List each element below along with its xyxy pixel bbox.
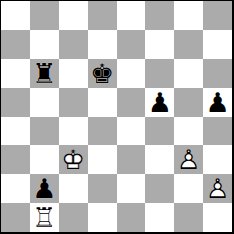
square-g3[interactable]: ♟♙ [174, 145, 203, 174]
square-d1[interactable] [88, 203, 117, 232]
black-pawn: ♟ [30, 174, 59, 203]
square-e5[interactable] [117, 88, 146, 117]
square-c4[interactable] [59, 117, 88, 146]
square-f8[interactable] [145, 1, 174, 30]
white-rook-fill: ♜ [30, 203, 59, 232]
square-a3[interactable] [1, 145, 30, 174]
white-king-fill: ♚ [59, 145, 88, 174]
square-e6[interactable] [117, 59, 146, 88]
square-h7[interactable] [203, 30, 232, 59]
white-pawn: ♙ [174, 145, 203, 174]
square-c7[interactable] [59, 30, 88, 59]
square-h2[interactable]: ♟♙ [203, 174, 232, 203]
square-d8[interactable] [88, 1, 117, 30]
square-f6[interactable] [145, 59, 174, 88]
square-g5[interactable] [174, 88, 203, 117]
square-b3[interactable] [30, 145, 59, 174]
square-h6[interactable] [203, 59, 232, 88]
square-d5[interactable] [88, 88, 117, 117]
square-c8[interactable] [59, 1, 88, 30]
square-e7[interactable] [117, 30, 146, 59]
square-f5[interactable]: ♟ [145, 88, 174, 117]
square-g2[interactable] [174, 174, 203, 203]
square-h8[interactable] [203, 1, 232, 30]
square-a8[interactable] [1, 1, 30, 30]
white-rook: ♖ [30, 203, 59, 232]
chess-board: ♜♚♟♟♚♔♟♙♟♟♙♜♖ [0, 0, 234, 234]
square-g4[interactable] [174, 117, 203, 146]
square-e4[interactable] [117, 117, 146, 146]
square-a4[interactable] [1, 117, 30, 146]
square-b5[interactable] [30, 88, 59, 117]
square-a7[interactable] [1, 30, 30, 59]
black-king: ♚ [88, 59, 117, 88]
square-f4[interactable] [145, 117, 174, 146]
square-e3[interactable] [117, 145, 146, 174]
square-c5[interactable] [59, 88, 88, 117]
square-b8[interactable] [30, 1, 59, 30]
square-c2[interactable] [59, 174, 88, 203]
square-h5[interactable]: ♟ [203, 88, 232, 117]
square-b6[interactable]: ♜ [30, 59, 59, 88]
square-b4[interactable] [30, 117, 59, 146]
square-g1[interactable] [174, 203, 203, 232]
square-h3[interactable] [203, 145, 232, 174]
square-d4[interactable] [88, 117, 117, 146]
square-f1[interactable] [145, 203, 174, 232]
white-pawn-fill: ♟ [174, 145, 203, 174]
square-c1[interactable] [59, 203, 88, 232]
black-pawn: ♟ [203, 88, 232, 117]
square-h4[interactable] [203, 117, 232, 146]
square-b2[interactable]: ♟ [30, 174, 59, 203]
square-f2[interactable] [145, 174, 174, 203]
square-f3[interactable] [145, 145, 174, 174]
square-d6[interactable]: ♚ [88, 59, 117, 88]
square-c3[interactable]: ♚♔ [59, 145, 88, 174]
square-b7[interactable] [30, 30, 59, 59]
white-king: ♔ [59, 145, 88, 174]
white-pawn-fill: ♟ [203, 174, 232, 203]
square-c6[interactable] [59, 59, 88, 88]
white-pawn: ♙ [203, 174, 232, 203]
black-pawn: ♟ [145, 88, 174, 117]
square-b1[interactable]: ♜♖ [30, 203, 59, 232]
black-rook: ♜ [30, 59, 59, 88]
square-a1[interactable] [1, 203, 30, 232]
square-d7[interactable] [88, 30, 117, 59]
square-a6[interactable] [1, 59, 30, 88]
square-g6[interactable] [174, 59, 203, 88]
square-a5[interactable] [1, 88, 30, 117]
square-e8[interactable] [117, 1, 146, 30]
square-e1[interactable] [117, 203, 146, 232]
square-a2[interactable] [1, 174, 30, 203]
square-f7[interactable] [145, 30, 174, 59]
square-g8[interactable] [174, 1, 203, 30]
square-d3[interactable] [88, 145, 117, 174]
square-e2[interactable] [117, 174, 146, 203]
square-g7[interactable] [174, 30, 203, 59]
square-d2[interactable] [88, 174, 117, 203]
square-h1[interactable] [203, 203, 232, 232]
